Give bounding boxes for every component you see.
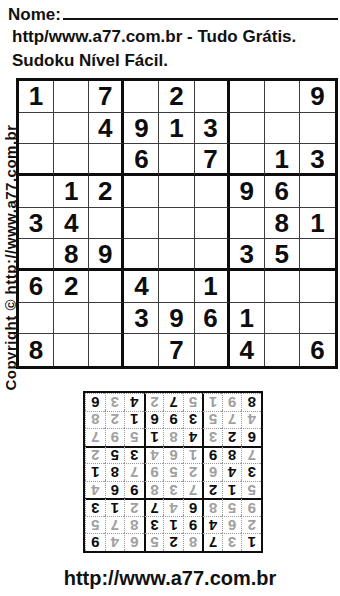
puzzle-cell-r2c7[interactable] (230, 113, 265, 145)
solution-cell-r8c8: 2 (105, 411, 125, 429)
puzzle-cell-r9c2[interactable] (54, 334, 89, 366)
solution-cell-r1c9: 9 (85, 533, 105, 551)
puzzle-cell-r6c8: 5 (265, 239, 300, 271)
solution-cell-r1c2: 3 (222, 533, 242, 551)
solution-cell-r6c5: 6 (163, 446, 183, 464)
solution-cell-r3c2: 5 (222, 498, 242, 516)
solution-cell-r1c5: 2 (163, 533, 183, 551)
solution-cell-r8c4: 3 (183, 411, 203, 429)
solution-cell-r6c2: 8 (222, 446, 242, 464)
solution-cell-r4c7: 9 (124, 481, 144, 499)
solution-cell-r2c2: 6 (222, 516, 242, 534)
solution-cell-r3c9: 3 (85, 498, 105, 516)
solution-cell-r8c7: 1 (124, 411, 144, 429)
puzzle-cell-r3c6: 7 (195, 144, 230, 176)
puzzle-cell-r7c1: 6 (19, 271, 54, 303)
solution-cell-r9c7: 4 (124, 393, 144, 411)
puzzle-cell-r2c1[interactable] (19, 113, 54, 145)
puzzle-cell-r7c5[interactable] (159, 271, 194, 303)
puzzle-cell-r9c9: 6 (300, 334, 335, 366)
solution-cell-r2c1: 2 (241, 516, 261, 534)
puzzle-cell-r8c7: 1 (230, 303, 265, 335)
solution-cell-r4c1: 5 (241, 481, 261, 499)
solution-cell-r8c6: 6 (144, 411, 164, 429)
solution-cell-r2c5: 1 (163, 516, 183, 534)
solution-cell-r9c9: 6 (85, 393, 105, 411)
footer-url: http://www.a77.com.br (0, 567, 340, 590)
solution-cell-r4c6: 8 (144, 481, 164, 499)
puzzle-cell-r3c1[interactable] (19, 144, 54, 176)
solution-cell-r5c3: 6 (202, 463, 222, 481)
name-row: Nome: (8, 3, 338, 25)
puzzle-cell-r9c6[interactable] (195, 334, 230, 366)
puzzle-cell-r9c4[interactable] (124, 334, 159, 366)
solution-cell-r3c7: 2 (124, 498, 144, 516)
puzzle-cell-r6c6[interactable] (195, 239, 230, 271)
solution-cell-r4c3: 2 (202, 481, 222, 499)
puzzle-cell-r2c4: 9 (124, 113, 159, 145)
solution-cell-r6c1: 7 (241, 446, 261, 464)
solution-cell-r1c8: 4 (105, 533, 125, 551)
puzzle-cell-r4c6[interactable] (195, 176, 230, 208)
solution-cell-r3c4: 6 (183, 498, 203, 516)
puzzle-cell-r9c1: 8 (19, 334, 54, 366)
solution-cell-r9c6: 2 (144, 393, 164, 411)
solution-cell-r5c2: 4 (222, 463, 242, 481)
solution-cell-r5c8: 8 (105, 463, 125, 481)
puzzle-cell-r8c9[interactable] (300, 303, 335, 335)
puzzle-cell-r5c5[interactable] (159, 208, 194, 240)
puzzle-cell-r1c2[interactable] (54, 81, 89, 113)
puzzle-cell-r5c8: 8 (265, 208, 300, 240)
puzzle-cell-r4c9[interactable] (300, 176, 335, 208)
solution-cell-r7c7: 5 (124, 428, 144, 446)
puzzle-cell-r5c3[interactable] (89, 208, 124, 240)
solution-cell-r8c5: 9 (163, 411, 183, 429)
puzzle-cell-r6c2: 8 (54, 239, 89, 271)
solution-cell-r2c8: 7 (105, 516, 125, 534)
solution-cell-r7c1: 6 (241, 428, 261, 446)
puzzle-cell-r4c3: 2 (89, 176, 124, 208)
puzzle-cell-r5c7[interactable] (230, 208, 265, 240)
solution-grid-rotated-180: 1378256492649138759586472135127389643462… (83, 391, 263, 553)
puzzle-cell-r3c9: 3 (300, 144, 335, 176)
puzzle-cell-r6c1[interactable] (19, 239, 54, 271)
solution-cell-r4c2: 1 (222, 481, 242, 499)
solution-cell-r1c1: 1 (241, 533, 261, 551)
puzzle-cell-r6c9[interactable] (300, 239, 335, 271)
name-label: Nome: (8, 5, 61, 25)
puzzle-cell-r1c4[interactable] (124, 81, 159, 113)
solution-cell-r5c7: 7 (124, 463, 144, 481)
puzzle-cell-r4c4[interactable] (124, 176, 159, 208)
solution-cell-r5c1: 3 (241, 463, 261, 481)
puzzle-cell-r4c5[interactable] (159, 176, 194, 208)
puzzle-cell-r7c7[interactable] (230, 271, 265, 303)
puzzle-cell-r7c2: 2 (54, 271, 89, 303)
solution-cell-r2c3: 4 (202, 516, 222, 534)
puzzle-cell-r7c3[interactable] (89, 271, 124, 303)
solution-cell-r6c3: 9 (202, 446, 222, 464)
puzzle-cell-r1c1: 1 (19, 81, 54, 113)
puzzle-cell-r2c6: 3 (195, 113, 230, 145)
puzzle-cell-r8c3[interactable] (89, 303, 124, 335)
puzzle-cell-r3c5[interactable] (159, 144, 194, 176)
solution-cell-r7c9: 7 (85, 428, 105, 446)
puzzle-cell-r2c5: 1 (159, 113, 194, 145)
solution-cell-r6c7: 3 (124, 446, 144, 464)
puzzle-cell-r4c2: 1 (54, 176, 89, 208)
name-underline[interactable] (63, 3, 338, 20)
puzzle-cell-r8c4: 3 (124, 303, 159, 335)
solution-cell-r4c4: 7 (183, 481, 203, 499)
solution-cell-r4c5: 3 (163, 481, 183, 499)
puzzle-cell-r9c8[interactable] (265, 334, 300, 366)
solution-cell-r7c8: 9 (105, 428, 125, 446)
puzzle-cell-r5c1: 3 (19, 208, 54, 240)
puzzle-cell-r7c9[interactable] (300, 271, 335, 303)
solution-cell-r1c4: 8 (183, 533, 203, 551)
solution-cell-r2c4: 9 (183, 516, 203, 534)
solution-cell-r3c8: 1 (105, 498, 125, 516)
solution-cell-r9c4: 5 (183, 393, 203, 411)
puzzle-cell-r2c3: 4 (89, 113, 124, 145)
puzzle-cell-r6c3: 9 (89, 239, 124, 271)
puzzle-cell-r4c8: 6 (265, 176, 300, 208)
solution-cell-r7c3: 3 (202, 428, 222, 446)
solution-cell-r6c9: 2 (85, 446, 105, 464)
puzzle-cell-r2c8[interactable] (265, 113, 300, 145)
puzzle-cell-r6c7: 3 (230, 239, 265, 271)
solution-cell-r4c8: 6 (105, 481, 125, 499)
solution-cell-r8c3: 5 (202, 411, 222, 429)
puzzle-cell-r4c1[interactable] (19, 176, 54, 208)
solution-cell-r5c6: 9 (144, 463, 164, 481)
puzzle-cell-r1c8[interactable] (265, 81, 300, 113)
puzzle-cell-r1c6[interactable] (195, 81, 230, 113)
solution-cell-r6c8: 5 (105, 446, 125, 464)
puzzle-cell-r9c5: 7 (159, 334, 194, 366)
puzzle-cell-r5c4[interactable] (124, 208, 159, 240)
puzzle-cell-r8c1[interactable] (19, 303, 54, 335)
solution-cell-r3c1: 9 (241, 498, 261, 516)
puzzle-cell-r3c4: 6 (124, 144, 159, 176)
sudoku-worksheet-page: Nome: http/www.a77.com.br - Tudo Grátis.… (0, 0, 340, 596)
solution-cell-r5c9: 1 (85, 463, 105, 481)
solution-cell-r2c7: 8 (124, 516, 144, 534)
solution-cell-r7c5: 8 (163, 428, 183, 446)
puzzle-cell-r1c5: 2 (159, 81, 194, 113)
solution-cell-r2c6: 3 (144, 516, 164, 534)
puzzle-cell-r7c6: 1 (195, 271, 230, 303)
puzzle-cell-r6c4[interactable] (124, 239, 159, 271)
puzzle-grid: 172949136713129634818935624139618746 (16, 78, 338, 369)
solution-cell-r1c3: 7 (202, 533, 222, 551)
solution-cell-r7c2: 2 (222, 428, 242, 446)
solution-cell-r6c4: 1 (183, 446, 203, 464)
puzzle-cell-r9c7: 4 (230, 334, 265, 366)
solution-cell-r8c9: 8 (85, 411, 105, 429)
puzzle-cell-r3c7[interactable] (230, 144, 265, 176)
solution-cell-r5c5: 5 (163, 463, 183, 481)
solution-cell-r9c5: 7 (163, 393, 183, 411)
puzzle-cell-r7c4: 4 (124, 271, 159, 303)
solution-cell-r4c9: 4 (85, 481, 105, 499)
solution-cell-r9c8: 3 (105, 393, 125, 411)
puzzle-cell-r1c9: 9 (300, 81, 335, 113)
page-title: Sudoku Nível Fácil. (12, 51, 168, 71)
site-header-line: http/www.a77.com.br - Tudo Grátis. (12, 27, 340, 47)
copyright-vertical-text: Copyright © http://www.a77.com.br (2, 85, 17, 431)
solution-cell-r3c6: 7 (144, 498, 164, 516)
solution-cell-r7c6: 1 (144, 428, 164, 446)
solution-cell-r9c2: 9 (222, 393, 242, 411)
puzzle-cell-r7c8[interactable] (265, 271, 300, 303)
solution-cell-r1c7: 6 (124, 533, 144, 551)
solution-cell-r3c3: 8 (202, 498, 222, 516)
solution-cell-r3c5: 4 (163, 498, 183, 516)
puzzle-cell-r5c6[interactable] (195, 208, 230, 240)
puzzle-cell-r5c9: 1 (300, 208, 335, 240)
puzzle-cell-r8c8[interactable] (265, 303, 300, 335)
puzzle-cell-r8c5: 9 (159, 303, 194, 335)
solution-cell-r7c4: 4 (183, 428, 203, 446)
solution-cell-r5c4: 2 (183, 463, 203, 481)
puzzle-cell-r3c3[interactable] (89, 144, 124, 176)
puzzle-cell-r1c7[interactable] (230, 81, 265, 113)
puzzle-cell-r8c6: 6 (195, 303, 230, 335)
solution-cell-r8c2: 7 (222, 411, 242, 429)
puzzle-cell-r4c7: 9 (230, 176, 265, 208)
puzzle-cell-r2c9[interactable] (300, 113, 335, 145)
puzzle-cell-r8c2[interactable] (54, 303, 89, 335)
solution-cell-r6c6: 4 (144, 446, 164, 464)
puzzle-cell-r1c3: 7 (89, 81, 124, 113)
solution-cell-r9c3: 1 (202, 393, 222, 411)
puzzle-cell-r5c2: 4 (54, 208, 89, 240)
solution-cell-r8c1: 4 (241, 411, 261, 429)
solution-cell-r2c9: 5 (85, 516, 105, 534)
puzzle-cell-r3c8: 1 (265, 144, 300, 176)
puzzle-cell-r6c5[interactable] (159, 239, 194, 271)
puzzle-cell-r9c3[interactable] (89, 334, 124, 366)
puzzle-cell-r3c2[interactable] (54, 144, 89, 176)
solution-cell-r9c1: 8 (241, 393, 261, 411)
puzzle-cell-r2c2[interactable] (54, 113, 89, 145)
solution-cell-r1c6: 5 (144, 533, 164, 551)
